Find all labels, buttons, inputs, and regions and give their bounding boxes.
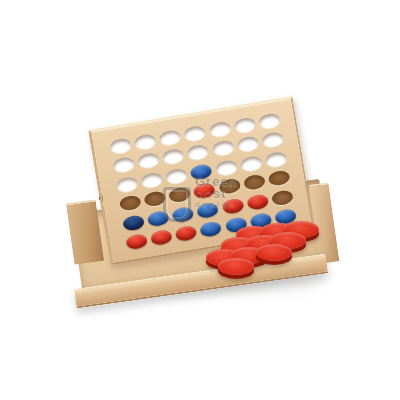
empty-hole (134, 133, 157, 150)
board-cell-r1c6 (233, 114, 258, 135)
red-disc (150, 229, 173, 246)
board-cell-r6c3 (174, 223, 199, 244)
empty-hole (115, 176, 138, 193)
empty-hole (271, 189, 294, 206)
board-cell-r4c6 (242, 172, 267, 193)
empty-hole (258, 112, 281, 129)
empty-hole (209, 120, 232, 137)
board-cell-r5c1 (121, 212, 146, 233)
tray-red-disc-10 (218, 258, 254, 275)
board-cell-r6c1 (124, 231, 149, 252)
board-cell-r2c5 (211, 138, 236, 159)
empty-hole (165, 167, 188, 184)
red-disc (193, 182, 216, 199)
empty-hole (140, 171, 163, 188)
empty-hole (184, 125, 207, 142)
board-cell-r2c3 (161, 146, 186, 167)
board-cell-r4c2 (142, 189, 167, 210)
empty-hole (262, 131, 285, 148)
blue-disc (196, 201, 219, 218)
empty-hole (162, 148, 185, 165)
empty-hole (268, 170, 291, 187)
board-cell-r6c4 (199, 219, 224, 240)
empty-hole (168, 186, 191, 203)
board-cell-r3c3 (164, 165, 189, 186)
board-cell-r1c2 (133, 131, 158, 152)
board-cell-r2c6 (236, 134, 261, 155)
board-cell-r3c7 (264, 149, 289, 170)
empty-hole (159, 129, 182, 146)
board-cell-r5c6 (245, 191, 270, 212)
board-cell-r3c6 (239, 153, 264, 174)
empty-hole (212, 140, 235, 157)
blue-disc (147, 210, 170, 227)
board-cell-r5c3 (171, 204, 196, 225)
board-cell-r1c1 (108, 135, 133, 156)
blue-disc (200, 221, 223, 238)
empty-hole (265, 150, 288, 167)
blue-disc (190, 163, 213, 180)
blue-disc (172, 206, 195, 223)
board-cell-r4c1 (118, 193, 143, 214)
board-cell-r3c2 (139, 170, 164, 191)
board-cell-r4c3 (167, 185, 192, 206)
board-cell-r2c1 (111, 154, 136, 175)
empty-hole (218, 178, 241, 195)
blue-disc (122, 214, 145, 231)
red-disc (175, 225, 198, 242)
board-cell-r5c2 (146, 208, 171, 229)
board-cell-r5c7 (270, 187, 295, 208)
empty-hole (137, 152, 160, 169)
board-cell-r3c5 (214, 157, 239, 178)
red-disc (221, 197, 244, 214)
board-cell-r1c3 (158, 127, 183, 148)
empty-hole (118, 195, 141, 212)
board-cell-r1c7 (257, 110, 282, 131)
tray-red-disc-9 (256, 244, 292, 261)
empty-hole (243, 174, 266, 191)
empty-hole (187, 144, 210, 161)
board-cell-r2c2 (136, 150, 161, 171)
board-cell-r5c4 (196, 200, 221, 221)
board-cell-r4c4 (192, 180, 217, 201)
board-cell-r4c5 (217, 176, 242, 197)
board-cell-r3c4 (189, 161, 214, 182)
board-cell-r3c1 (114, 174, 139, 195)
empty-hole (143, 191, 166, 208)
board-cell-r5c5 (220, 195, 245, 216)
board-cell-r2c4 (186, 142, 211, 163)
board-cell-r1c4 (183, 123, 208, 144)
board-cell-r1c5 (208, 119, 233, 140)
empty-hole (215, 159, 238, 176)
red-disc (246, 193, 269, 210)
board-cell-r2c7 (261, 129, 286, 150)
board-cell-r4c7 (267, 168, 292, 189)
red-disc (125, 233, 148, 250)
empty-hole (233, 116, 256, 133)
empty-hole (240, 155, 263, 172)
empty-hole (112, 156, 135, 173)
board-cell-r6c2 (149, 227, 174, 248)
product-photo: Green oost design (0, 0, 400, 400)
empty-hole (237, 135, 260, 152)
empty-hole (109, 137, 132, 154)
